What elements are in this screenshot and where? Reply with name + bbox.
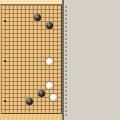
coordinate-tick [65, 38, 67, 40]
coordinate-tick [65, 110, 67, 112]
black-stone[interactable] [46, 22, 53, 29]
star-point [4, 60, 6, 62]
coordinate-tick [65, 14, 67, 16]
coordinate-tick [65, 26, 67, 28]
coordinate-tick [65, 22, 67, 24]
coordinate-tick [65, 94, 67, 96]
screenshot-stage [0, 0, 120, 120]
coordinate-tick [65, 82, 67, 84]
coordinate-tick [65, 6, 67, 8]
board-bottom-edge-line [1, 113, 62, 114]
coordinate-tick [65, 62, 67, 64]
coordinate-tick [65, 114, 67, 116]
coordinate-tick [65, 18, 67, 20]
coordinate-tick [65, 70, 67, 72]
coordinate-tick [65, 10, 67, 12]
coordinate-tick [65, 30, 67, 32]
black-stone[interactable] [34, 14, 41, 21]
coordinate-tick [65, 90, 67, 92]
coordinate-tick [65, 86, 67, 88]
go-board[interactable] [0, 0, 64, 120]
coordinate-tick [65, 34, 67, 36]
coordinate-tick [65, 54, 67, 56]
star-point [4, 100, 6, 102]
coordinate-tick [65, 74, 67, 76]
black-stone[interactable] [38, 90, 45, 97]
black-stone[interactable] [26, 98, 33, 105]
coordinate-tick [65, 102, 67, 104]
coordinate-tick [65, 78, 67, 80]
coordinate-tick [65, 106, 67, 108]
board-right-edge-line [61, 5, 62, 114]
coordinate-tick [65, 42, 67, 44]
coordinate-tick [65, 98, 67, 100]
white-stone[interactable] [46, 58, 53, 65]
white-stone[interactable] [50, 94, 57, 101]
white-stone[interactable] [46, 82, 53, 89]
coordinate-tick [65, 46, 67, 48]
star-point [4, 20, 6, 22]
coordinate-tick [65, 58, 67, 60]
coordinate-tick [65, 50, 67, 52]
coordinate-tick [65, 66, 67, 68]
